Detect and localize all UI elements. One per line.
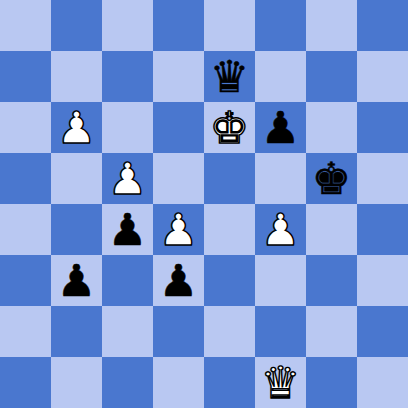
- square-b5[interactable]: [51, 153, 102, 204]
- square-e7[interactable]: ♛: [204, 51, 255, 102]
- square-h8[interactable]: [357, 0, 408, 51]
- square-c5[interactable]: ♟: [102, 153, 153, 204]
- square-g4[interactable]: [306, 204, 357, 255]
- square-e2[interactable]: [204, 306, 255, 357]
- square-h4[interactable]: [357, 204, 408, 255]
- black-pawn-icon[interactable]: ♟: [255, 102, 306, 153]
- square-h2[interactable]: [357, 306, 408, 357]
- square-g3[interactable]: [306, 255, 357, 306]
- square-b2[interactable]: [51, 306, 102, 357]
- square-b8[interactable]: [51, 0, 102, 51]
- square-f5[interactable]: [255, 153, 306, 204]
- square-c7[interactable]: [102, 51, 153, 102]
- square-c1[interactable]: [102, 357, 153, 408]
- square-a3[interactable]: [0, 255, 51, 306]
- white-pawn-icon[interactable]: ♟: [51, 102, 102, 153]
- square-h6[interactable]: [357, 102, 408, 153]
- square-b7[interactable]: [51, 51, 102, 102]
- square-a8[interactable]: [0, 0, 51, 51]
- square-h1[interactable]: [357, 357, 408, 408]
- square-g5[interactable]: ♚: [306, 153, 357, 204]
- square-f3[interactable]: [255, 255, 306, 306]
- square-h3[interactable]: [357, 255, 408, 306]
- square-d3[interactable]: ♟: [153, 255, 204, 306]
- black-pawn-icon[interactable]: ♟: [102, 204, 153, 255]
- white-pawn-icon[interactable]: ♟: [153, 204, 204, 255]
- black-pawn-icon[interactable]: ♟: [153, 255, 204, 306]
- square-f6[interactable]: ♟: [255, 102, 306, 153]
- square-a7[interactable]: [0, 51, 51, 102]
- square-c2[interactable]: [102, 306, 153, 357]
- square-e6[interactable]: ♚: [204, 102, 255, 153]
- square-e1[interactable]: [204, 357, 255, 408]
- white-queen-icon[interactable]: ♛: [255, 357, 306, 408]
- square-d6[interactable]: [153, 102, 204, 153]
- square-e8[interactable]: [204, 0, 255, 51]
- square-g7[interactable]: [306, 51, 357, 102]
- square-a2[interactable]: [0, 306, 51, 357]
- square-c4[interactable]: ♟: [102, 204, 153, 255]
- black-king-icon[interactable]: ♚: [306, 153, 357, 204]
- black-queen-icon[interactable]: ♛: [204, 51, 255, 102]
- square-f2[interactable]: [255, 306, 306, 357]
- square-f1[interactable]: ♛: [255, 357, 306, 408]
- square-g1[interactable]: [306, 357, 357, 408]
- square-b3[interactable]: ♟: [51, 255, 102, 306]
- square-a1[interactable]: [0, 357, 51, 408]
- square-h7[interactable]: [357, 51, 408, 102]
- white-pawn-icon[interactable]: ♟: [102, 153, 153, 204]
- square-h5[interactable]: [357, 153, 408, 204]
- square-f8[interactable]: [255, 0, 306, 51]
- square-g8[interactable]: [306, 0, 357, 51]
- square-b1[interactable]: [51, 357, 102, 408]
- square-a4[interactable]: [0, 204, 51, 255]
- square-a5[interactable]: [0, 153, 51, 204]
- square-c3[interactable]: [102, 255, 153, 306]
- white-king-icon[interactable]: ♚: [204, 102, 255, 153]
- square-a6[interactable]: [0, 102, 51, 153]
- square-d7[interactable]: [153, 51, 204, 102]
- square-d2[interactable]: [153, 306, 204, 357]
- square-e4[interactable]: [204, 204, 255, 255]
- square-g6[interactable]: [306, 102, 357, 153]
- square-f4[interactable]: ♟: [255, 204, 306, 255]
- square-f7[interactable]: [255, 51, 306, 102]
- square-e3[interactable]: [204, 255, 255, 306]
- chess-board: ♛♟♚♟♟♚♟♟♟♟♟♛: [0, 0, 408, 408]
- square-g2[interactable]: [306, 306, 357, 357]
- black-pawn-icon[interactable]: ♟: [51, 255, 102, 306]
- square-d8[interactable]: [153, 0, 204, 51]
- square-c8[interactable]: [102, 0, 153, 51]
- square-d5[interactable]: [153, 153, 204, 204]
- square-b6[interactable]: ♟: [51, 102, 102, 153]
- square-c6[interactable]: [102, 102, 153, 153]
- white-pawn-icon[interactable]: ♟: [255, 204, 306, 255]
- square-d1[interactable]: [153, 357, 204, 408]
- square-e5[interactable]: [204, 153, 255, 204]
- square-d4[interactable]: ♟: [153, 204, 204, 255]
- square-b4[interactable]: [51, 204, 102, 255]
